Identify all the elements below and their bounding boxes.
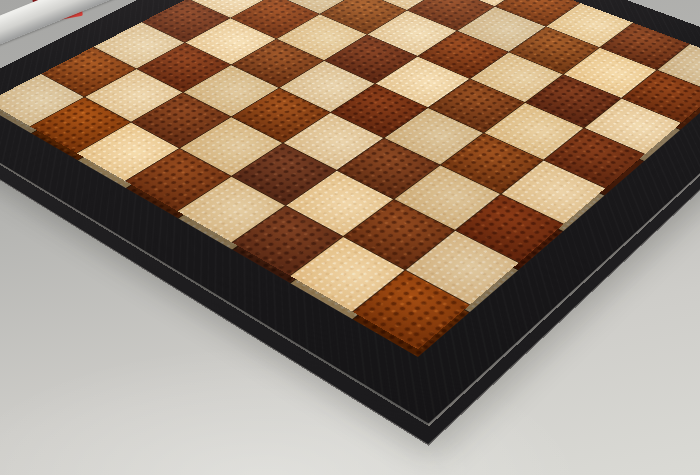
board-photo [0, 0, 700, 475]
